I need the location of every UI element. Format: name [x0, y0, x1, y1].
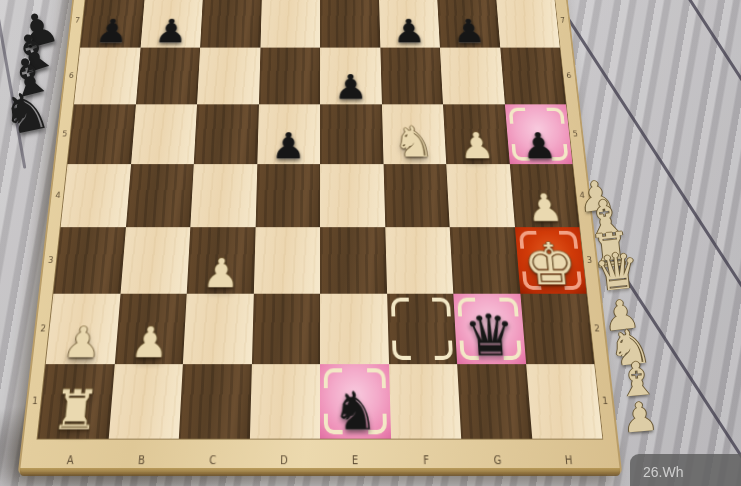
square-e3[interactable] — [320, 227, 387, 294]
square-b4[interactable] — [125, 164, 193, 227]
square-f6[interactable] — [380, 48, 443, 105]
move-marker-corner — [390, 298, 408, 317]
piece-white-king-h3[interactable]: ♚ — [522, 239, 580, 292]
file-label-h: H — [533, 454, 605, 466]
move-marker-corner — [547, 108, 565, 124]
move-marker-corner — [434, 341, 453, 360]
square-a1[interactable]: ♜ — [38, 364, 115, 439]
file-label-d: D — [249, 454, 320, 466]
square-b6[interactable] — [136, 48, 201, 105]
move-marker-corner — [432, 298, 451, 317]
piece-black-queen-g2[interactable]: ♛ — [462, 309, 517, 362]
square-g2[interactable]: ♛ — [453, 294, 525, 364]
piece-white-pawn-b2[interactable]: ♟ — [130, 323, 170, 362]
square-h7[interactable] — [495, 0, 559, 48]
square-e2[interactable] — [320, 294, 389, 364]
app-background: ♜♚♜♟♟♟♟♟♟♞♟♟♟♟♚♟♟♛♜♞ ABCDEFGH 87654321 8… — [0, 0, 741, 486]
square-b2[interactable]: ♟ — [114, 294, 186, 364]
square-g4[interactable] — [446, 164, 514, 227]
square-b5[interactable] — [131, 104, 197, 164]
square-f2[interactable] — [387, 294, 457, 364]
square-a6[interactable] — [74, 48, 140, 105]
piece-white-pawn-g5[interactable]: ♟ — [458, 129, 495, 162]
piece-white-rook-a1[interactable]: ♜ — [49, 386, 101, 436]
square-d4[interactable] — [255, 164, 320, 227]
square-h3[interactable]: ♚ — [515, 227, 587, 294]
file-label-c: C — [177, 454, 249, 466]
square-b7[interactable]: ♟ — [140, 0, 203, 48]
square-h5[interactable]: ♟ — [504, 104, 572, 164]
square-a5[interactable] — [68, 104, 136, 164]
square-f4[interactable] — [383, 164, 450, 227]
square-e6[interactable]: ♟ — [320, 48, 381, 105]
square-c5[interactable] — [194, 104, 259, 164]
square-g5[interactable]: ♟ — [443, 104, 509, 164]
piece-black-pawn-f7[interactable]: ♟ — [392, 16, 426, 46]
file-labels: ABCDEFGH — [35, 454, 606, 466]
square-a2[interactable]: ♟ — [46, 294, 120, 364]
square-f5[interactable]: ♞ — [381, 104, 446, 164]
square-d6[interactable] — [259, 48, 320, 105]
file-label-g: G — [462, 454, 534, 466]
square-c1[interactable] — [179, 364, 252, 439]
piece-black-pawn-g7[interactable]: ♟ — [451, 16, 486, 46]
square-g1[interactable] — [457, 364, 532, 439]
piece-black-knight-e1[interactable]: ♞ — [332, 388, 378, 437]
move-indicator: 26.Wh — [630, 454, 741, 486]
square-b3[interactable] — [120, 227, 190, 294]
file-label-b: B — [106, 454, 178, 466]
square-d5[interactable]: ♟ — [257, 104, 320, 164]
square-c4[interactable] — [190, 164, 257, 227]
square-c6[interactable] — [197, 48, 260, 105]
square-b1[interactable] — [108, 364, 183, 439]
square-e4[interactable] — [320, 164, 385, 227]
square-h4[interactable]: ♟ — [509, 164, 579, 227]
file-label-a: A — [35, 454, 107, 466]
square-e7[interactable] — [320, 0, 380, 48]
square-c2[interactable] — [183, 294, 253, 364]
square-g6[interactable] — [440, 48, 505, 105]
square-h1[interactable] — [526, 364, 603, 439]
square-d1[interactable] — [249, 364, 320, 439]
board-front-edge — [20, 468, 620, 476]
square-f3[interactable] — [385, 227, 453, 294]
move-marker-corner — [508, 108, 526, 124]
piece-black-pawn-d5[interactable]: ♟ — [271, 129, 306, 162]
square-a4[interactable] — [61, 164, 131, 227]
square-h2[interactable] — [520, 294, 594, 364]
square-h6[interactable] — [500, 48, 566, 105]
square-d3[interactable] — [253, 227, 320, 294]
piece-black-pawn-b7[interactable]: ♟ — [154, 16, 189, 46]
piece-black-pawn-h5[interactable]: ♟ — [520, 129, 558, 162]
piece-black-pawn-e6[interactable]: ♟ — [334, 71, 368, 102]
square-d2[interactable] — [251, 294, 320, 364]
piece-black-pawn-a7[interactable]: ♟ — [94, 16, 130, 46]
piece-white-knight-f5[interactable]: ♞ — [393, 123, 435, 162]
board-scene: ♜♚♜♟♟♟♟♟♟♞♟♟♟♟♚♟♟♛♜♞ ABCDEFGH 87654321 8… — [14, 0, 626, 472]
square-a3[interactable] — [53, 227, 125, 294]
board-grid: ♜♚♜♟♟♟♟♟♟♞♟♟♟♟♚♟♟♛♜♞ — [38, 0, 603, 439]
square-e5[interactable] — [320, 104, 383, 164]
piece-white-pawn-c3[interactable]: ♟ — [202, 255, 240, 292]
square-g3[interactable] — [450, 227, 520, 294]
file-label-e: E — [320, 454, 391, 466]
piece-white-pawn-a2[interactable]: ♟ — [61, 323, 102, 362]
square-c7[interactable] — [200, 0, 261, 48]
square-e1[interactable]: ♞ — [320, 364, 391, 439]
square-f7[interactable]: ♟ — [378, 0, 439, 48]
square-f1[interactable] — [389, 364, 462, 439]
square-c3[interactable]: ♟ — [187, 227, 255, 294]
piece-white-pawn-h4[interactable]: ♟ — [526, 191, 565, 226]
move-indicator-text: 26.Wh — [643, 464, 683, 480]
wood-plank-line — [610, 256, 741, 486]
square-g7[interactable]: ♟ — [437, 0, 500, 48]
move-marker-corner — [392, 341, 411, 360]
square-d7[interactable] — [260, 0, 320, 48]
square-a7[interactable]: ♟ — [80, 0, 144, 48]
file-label-f: F — [391, 454, 463, 466]
chess-board: ♜♚♜♟♟♟♟♟♟♞♟♟♟♟♚♟♟♛♜♞ ABCDEFGH 87654321 8… — [20, 0, 620, 472]
captured-white-pawn: ♟ — [621, 398, 660, 437]
